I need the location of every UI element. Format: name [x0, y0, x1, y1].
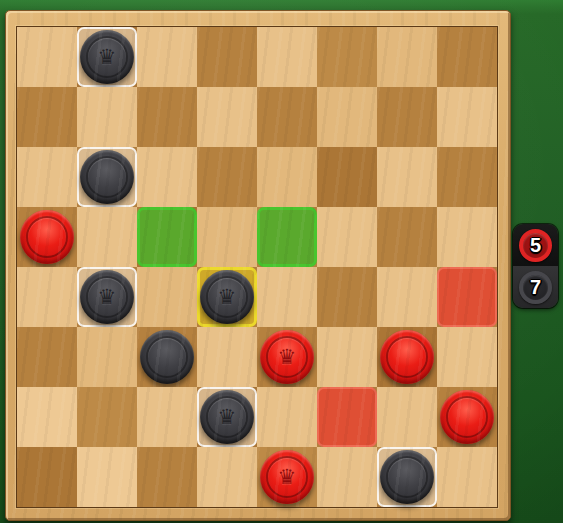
piece-counters: 5 7: [513, 224, 558, 308]
board-cell-r3c7: [437, 207, 497, 267]
board-cell-r5c4[interactable]: ♛: [257, 327, 317, 387]
board-cell-r0c0: [17, 27, 77, 87]
board-cell-r5c6[interactable]: [377, 327, 437, 387]
black-king-piece[interactable]: ♛: [200, 390, 254, 444]
board-cell-r1c3: [197, 87, 257, 147]
board-cell-r2c0: [17, 147, 77, 207]
board-cell-r4c1[interactable]: ♛: [77, 267, 137, 327]
board-cell-r5c3: [197, 327, 257, 387]
black-piece-icon: 7: [519, 271, 552, 304]
board-cell-r7c2[interactable]: [137, 447, 197, 507]
black-king-piece[interactable]: ♛: [200, 270, 254, 324]
black-man-piece[interactable]: [140, 330, 194, 384]
red-man-piece[interactable]: [380, 330, 434, 384]
board-cell-r5c2[interactable]: [137, 327, 197, 387]
board-cell-r7c0[interactable]: [17, 447, 77, 507]
danger-highlight: [317, 387, 377, 447]
red-piece-icon: 5: [519, 229, 552, 262]
board-cell-r5c5: [317, 327, 377, 387]
black-king-piece[interactable]: ♛: [80, 30, 134, 84]
board-cell-r1c0[interactable]: [17, 87, 77, 147]
board-cell-r7c6[interactable]: [377, 447, 437, 507]
board-cell-r4c7[interactable]: [437, 267, 497, 327]
board-cell-r1c2[interactable]: [137, 87, 197, 147]
board-cell-r0c3[interactable]: [197, 27, 257, 87]
red-man-piece[interactable]: [440, 390, 494, 444]
board-cell-r6c2: [137, 387, 197, 447]
board-cell-r4c2: [137, 267, 197, 327]
crown-icon: ♛: [218, 287, 237, 308]
board-cell-r3c3: [197, 207, 257, 267]
danger-highlight: [437, 267, 497, 327]
board-cell-r6c5[interactable]: [317, 387, 377, 447]
board-cell-r4c0: [17, 267, 77, 327]
board-cell-r4c5[interactable]: [317, 267, 377, 327]
board-cell-r0c6: [377, 27, 437, 87]
board-cell-r2c6: [377, 147, 437, 207]
black-count-badge: 7: [513, 266, 558, 308]
board-cell-r3c1: [77, 207, 137, 267]
board-cell-r4c4: [257, 267, 317, 327]
board-cell-r0c7[interactable]: [437, 27, 497, 87]
board-cell-r1c5: [317, 87, 377, 147]
board-cell-r0c1[interactable]: ♛: [77, 27, 137, 87]
board-cell-r0c4: [257, 27, 317, 87]
board-cell-r2c3[interactable]: [197, 147, 257, 207]
red-king-piece[interactable]: ♛: [260, 450, 314, 504]
board-cell-r7c5: [317, 447, 377, 507]
board-cell-r2c5[interactable]: [317, 147, 377, 207]
board-cell-r0c5[interactable]: [317, 27, 377, 87]
board-cell-r1c1: [77, 87, 137, 147]
crown-icon: ♛: [218, 407, 237, 428]
board-cell-r6c0: [17, 387, 77, 447]
board-cell-r6c6: [377, 387, 437, 447]
board-cell-r2c1[interactable]: [77, 147, 137, 207]
move-target-highlight: [257, 207, 317, 267]
board-cell-r1c7: [437, 87, 497, 147]
board-cell-r6c1[interactable]: [77, 387, 137, 447]
crown-icon: ♛: [278, 347, 297, 368]
board-cell-r3c2[interactable]: [137, 207, 197, 267]
checkers-board: ♛♛♛♛♛♛: [5, 10, 511, 521]
board-cell-r1c4[interactable]: [257, 87, 317, 147]
board-cell-r4c3[interactable]: ♛: [197, 267, 257, 327]
red-man-piece[interactable]: [20, 210, 74, 264]
board-cell-r2c7[interactable]: [437, 147, 497, 207]
board-cell-r6c7[interactable]: [437, 387, 497, 447]
board-cell-r5c7: [437, 327, 497, 387]
board-cell-r5c1: [77, 327, 137, 387]
board-grid: ♛♛♛♛♛♛: [16, 26, 498, 508]
crown-icon: ♛: [98, 47, 117, 68]
crown-icon: ♛: [98, 287, 117, 308]
board-cell-r2c4: [257, 147, 317, 207]
board-cell-r3c0[interactable]: [17, 207, 77, 267]
board-cell-r3c4[interactable]: [257, 207, 317, 267]
black-man-piece[interactable]: [80, 150, 134, 204]
board-cell-r6c4: [257, 387, 317, 447]
board-cell-r7c7: [437, 447, 497, 507]
move-target-highlight: [137, 207, 197, 267]
red-king-piece[interactable]: ♛: [260, 330, 314, 384]
black-man-piece[interactable]: [380, 450, 434, 504]
board-cell-r3c5: [317, 207, 377, 267]
board-cell-r7c4[interactable]: ♛: [257, 447, 317, 507]
black-king-piece[interactable]: ♛: [80, 270, 134, 324]
board-cell-r2c2: [137, 147, 197, 207]
board-cell-r1c6[interactable]: [377, 87, 437, 147]
crown-icon: ♛: [278, 467, 297, 488]
red-count: 5: [530, 234, 541, 257]
board-cell-r7c3: [197, 447, 257, 507]
board-cell-r3c6[interactable]: [377, 207, 437, 267]
board-cell-r4c6: [377, 267, 437, 327]
board-cell-r6c3[interactable]: ♛: [197, 387, 257, 447]
board-cell-r5c0[interactable]: [17, 327, 77, 387]
board-cell-r7c1: [77, 447, 137, 507]
red-count-badge: 5: [513, 224, 558, 266]
board-cell-r0c2: [137, 27, 197, 87]
black-count: 7: [530, 276, 541, 299]
